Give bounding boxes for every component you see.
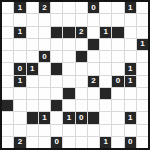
white-cell[interactable]	[76, 39, 87, 50]
white-cell[interactable]	[39, 100, 50, 111]
clue-cell: 1	[125, 63, 136, 74]
white-cell[interactable]	[88, 88, 99, 99]
clue-cell: 0	[76, 112, 87, 123]
black-cell	[112, 27, 123, 38]
white-cell[interactable]	[112, 14, 123, 25]
white-cell[interactable]	[100, 2, 111, 13]
clue-digit: 0	[91, 4, 95, 12]
white-cell[interactable]	[137, 2, 148, 13]
white-cell[interactable]	[63, 125, 74, 136]
clue-digit: 0	[18, 65, 22, 73]
clue-cell: 0	[14, 63, 25, 74]
white-cell[interactable]	[76, 100, 87, 111]
white-cell[interactable]	[51, 88, 62, 99]
white-cell[interactable]	[51, 39, 62, 50]
clue-cell: 1	[14, 76, 25, 87]
clue-digit: 1	[30, 65, 34, 73]
white-cell[interactable]	[100, 76, 111, 87]
clue-cell: 1	[100, 137, 111, 148]
clue-cell: 0	[51, 137, 62, 148]
white-cell[interactable]	[125, 14, 136, 25]
clue-digit: 1	[128, 114, 132, 122]
white-cell[interactable]	[63, 63, 74, 74]
white-cell[interactable]	[2, 76, 13, 87]
clue-cell: 2	[39, 2, 50, 13]
clue-cell: 0	[39, 51, 50, 62]
clue-digit: 0	[79, 114, 83, 122]
white-cell[interactable]	[76, 14, 87, 25]
clue-cell: 1	[100, 27, 111, 38]
white-cell[interactable]	[137, 88, 148, 99]
white-cell[interactable]	[2, 63, 13, 74]
black-cell	[88, 39, 99, 50]
white-cell[interactable]	[51, 14, 62, 25]
white-cell[interactable]	[51, 2, 62, 13]
white-cell[interactable]	[39, 63, 50, 74]
white-cell[interactable]	[63, 76, 74, 87]
white-cell[interactable]	[100, 125, 111, 136]
white-cell[interactable]	[63, 2, 74, 13]
clue-cell: 1	[39, 112, 50, 123]
white-cell[interactable]	[125, 27, 136, 38]
white-cell[interactable]	[14, 39, 25, 50]
white-cell[interactable]	[137, 51, 148, 62]
clue-cell: 1	[27, 63, 38, 74]
clue-digit: 1	[18, 28, 22, 36]
white-cell[interactable]	[76, 88, 87, 99]
white-cell[interactable]	[2, 88, 13, 99]
black-cell	[2, 100, 13, 111]
white-cell[interactable]	[112, 112, 123, 123]
white-cell[interactable]	[88, 27, 99, 38]
clue-digit: 1	[128, 77, 132, 85]
black-cell	[100, 88, 111, 99]
black-cell	[27, 112, 38, 123]
white-cell[interactable]	[112, 51, 123, 62]
white-cell[interactable]	[27, 137, 38, 148]
white-cell[interactable]	[39, 88, 50, 99]
white-cell[interactable]	[63, 51, 74, 62]
clue-digit: 2	[18, 138, 22, 146]
white-cell[interactable]	[137, 27, 148, 38]
white-cell[interactable]	[51, 112, 62, 123]
white-cell[interactable]	[27, 100, 38, 111]
white-cell[interactable]	[137, 63, 148, 74]
white-cell[interactable]	[27, 27, 38, 38]
clue-cell: 0	[88, 2, 99, 13]
white-cell[interactable]	[100, 63, 111, 74]
white-cell[interactable]	[137, 112, 148, 123]
white-cell[interactable]	[27, 76, 38, 87]
black-cell	[51, 63, 62, 74]
white-cell[interactable]	[76, 137, 87, 148]
white-cell[interactable]	[14, 51, 25, 62]
white-cell[interactable]	[112, 63, 123, 74]
akari-board: 120112110011120111012010	[0, 0, 150, 150]
white-cell[interactable]	[51, 51, 62, 62]
white-cell[interactable]	[76, 76, 87, 87]
white-cell[interactable]	[112, 125, 123, 136]
clue-cell: 1	[125, 76, 136, 87]
white-cell[interactable]	[125, 39, 136, 50]
black-cell	[88, 112, 99, 123]
white-cell[interactable]	[76, 125, 87, 136]
white-cell[interactable]	[14, 100, 25, 111]
white-cell[interactable]	[14, 14, 25, 25]
white-cell[interactable]	[112, 100, 123, 111]
white-cell[interactable]	[2, 2, 13, 13]
white-cell[interactable]	[27, 39, 38, 50]
clue-digit: 1	[42, 114, 46, 122]
white-cell[interactable]	[125, 51, 136, 62]
white-cell[interactable]	[2, 125, 13, 136]
white-cell[interactable]	[27, 51, 38, 62]
clue-digit: 1	[128, 4, 132, 12]
clue-digit: 0	[42, 53, 46, 61]
white-cell[interactable]	[63, 14, 74, 25]
white-cell[interactable]	[125, 88, 136, 99]
clue-cell: 1	[125, 2, 136, 13]
white-cell[interactable]	[100, 100, 111, 111]
white-cell[interactable]	[39, 14, 50, 25]
white-cell[interactable]	[88, 125, 99, 136]
white-cell[interactable]	[137, 76, 148, 87]
white-cell[interactable]	[112, 137, 123, 148]
white-cell[interactable]	[2, 14, 13, 25]
white-cell[interactable]	[112, 39, 123, 50]
black-cell	[76, 51, 87, 62]
white-cell[interactable]	[100, 51, 111, 62]
clue-digit: 1	[18, 4, 22, 12]
white-cell[interactable]	[14, 125, 25, 136]
white-cell[interactable]	[39, 125, 50, 136]
white-cell[interactable]	[39, 39, 50, 50]
white-cell[interactable]	[76, 2, 87, 13]
white-cell[interactable]	[51, 76, 62, 87]
white-cell[interactable]	[88, 63, 99, 74]
clue-cell: 1	[14, 27, 25, 38]
white-cell[interactable]	[137, 137, 148, 148]
clue-cell: 2	[76, 27, 87, 38]
white-cell[interactable]	[2, 39, 13, 50]
clue-digit: 2	[91, 77, 95, 85]
white-cell[interactable]	[88, 51, 99, 62]
white-cell[interactable]	[39, 27, 50, 38]
black-cell	[51, 27, 62, 38]
white-cell[interactable]	[27, 125, 38, 136]
white-cell[interactable]	[137, 125, 148, 136]
clue-cell: 1	[137, 39, 148, 50]
clue-digit: 2	[42, 4, 46, 12]
white-cell[interactable]	[125, 125, 136, 136]
white-cell[interactable]	[125, 100, 136, 111]
white-cell[interactable]	[27, 88, 38, 99]
clue-cell: 2	[14, 137, 25, 148]
white-cell[interactable]	[14, 88, 25, 99]
white-cell[interactable]	[63, 137, 74, 148]
clue-digit: 2	[79, 28, 83, 36]
white-cell[interactable]	[63, 100, 74, 111]
black-cell	[51, 100, 62, 111]
clue-digit: 1	[128, 65, 132, 73]
clue-cell: 1	[125, 112, 136, 123]
white-cell[interactable]	[2, 27, 13, 38]
white-cell[interactable]	[2, 137, 13, 148]
clue-digit: 1	[18, 77, 22, 85]
white-cell[interactable]	[100, 112, 111, 123]
white-cell[interactable]	[137, 100, 148, 111]
white-cell[interactable]	[27, 14, 38, 25]
white-cell[interactable]	[2, 112, 13, 123]
clue-cell: 0	[112, 76, 123, 87]
clue-digit: 1	[103, 138, 107, 146]
white-cell[interactable]	[88, 14, 99, 25]
black-cell	[63, 88, 74, 99]
white-cell[interactable]	[51, 125, 62, 136]
white-cell[interactable]	[39, 137, 50, 148]
clue-cell: 2	[88, 76, 99, 87]
clue-cell: 1	[14, 2, 25, 13]
white-cell[interactable]	[63, 39, 74, 50]
white-cell[interactable]	[39, 76, 50, 87]
white-cell[interactable]	[112, 2, 123, 13]
clue-cell: 1	[63, 112, 74, 123]
black-cell	[63, 27, 74, 38]
white-cell[interactable]	[88, 100, 99, 111]
clue-digit: 1	[140, 40, 144, 48]
clue-digit: 0	[116, 77, 120, 85]
white-cell[interactable]	[2, 51, 13, 62]
clue-digit: 0	[128, 138, 132, 146]
white-cell[interactable]	[112, 88, 123, 99]
white-cell[interactable]	[100, 39, 111, 50]
white-cell[interactable]	[137, 14, 148, 25]
white-cell[interactable]	[14, 112, 25, 123]
clue-digit: 0	[54, 138, 58, 146]
white-cell[interactable]	[100, 14, 111, 25]
white-cell[interactable]	[76, 63, 87, 74]
clue-cell: 0	[125, 137, 136, 148]
white-cell[interactable]	[88, 137, 99, 148]
clue-digit: 1	[103, 28, 107, 36]
clue-digit: 1	[67, 114, 71, 122]
white-cell[interactable]	[27, 2, 38, 13]
